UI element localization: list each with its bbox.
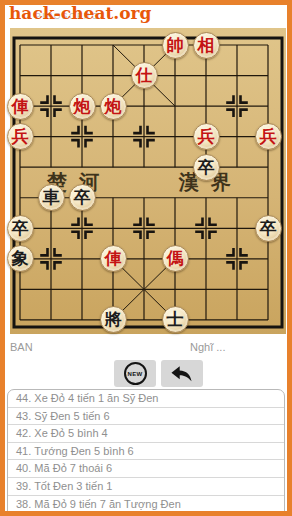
piece-red-cannon[interactable]: 炮 bbox=[100, 93, 127, 120]
xiangqi-board[interactable]: 楚河漢界帥相仕俥炮炮兵兵兵卒車卒卒卒象俥傌將士 bbox=[10, 28, 286, 334]
new-badge-icon: NEW bbox=[124, 362, 147, 385]
move-list[interactable]: 44. Xe Đỏ 4 tiến 1 ăn Sỹ Đen43. Sỹ Đen 5… bbox=[7, 389, 285, 516]
engine-thinking-label: Nghĩ ... bbox=[190, 341, 225, 353]
move-list-item[interactable]: 38. Mã Đỏ 9 tiến 7 ăn Tượng Đen bbox=[8, 496, 284, 514]
move-list-item[interactable]: 39. Tốt Đen 3 tiến 1 bbox=[8, 478, 284, 496]
undo-arrow-icon bbox=[169, 364, 195, 384]
piece-black-soldier[interactable]: 卒 bbox=[255, 215, 282, 242]
new-game-button[interactable]: NEW bbox=[114, 360, 156, 387]
piece-red-soldier[interactable]: 兵 bbox=[255, 123, 282, 150]
piece-red-soldier[interactable]: 兵 bbox=[193, 123, 220, 150]
piece-red-cannon[interactable]: 炮 bbox=[69, 93, 96, 120]
piece-black-king[interactable]: 將 bbox=[100, 306, 127, 333]
piece-black-soldier[interactable]: 卒 bbox=[7, 215, 34, 242]
move-list-item[interactable]: 40. Mã Đỏ 7 thoái 6 bbox=[8, 460, 284, 478]
piece-red-chariot[interactable]: 俥 bbox=[7, 93, 34, 120]
piece-black-advisor[interactable]: 士 bbox=[162, 306, 189, 333]
move-list-item[interactable]: 44. Xe Đỏ 4 tiến 1 ăn Sỹ Đen bbox=[8, 390, 284, 408]
piece-red-chariot[interactable]: 俥 bbox=[100, 245, 127, 272]
move-list-item[interactable]: 43. Sỹ Đen 5 tiến 6 bbox=[8, 408, 284, 426]
piece-black-soldier[interactable]: 卒 bbox=[69, 184, 96, 211]
undo-button[interactable] bbox=[161, 360, 203, 387]
piece-red-elephant[interactable]: 相 bbox=[193, 32, 220, 59]
move-list-item[interactable]: 42. Xe Đỏ 5 bình 4 bbox=[8, 425, 284, 443]
piece-black-elephant[interactable]: 象 bbox=[7, 245, 34, 272]
piece-red-advisor[interactable]: 仕 bbox=[131, 62, 158, 89]
piece-black-soldier[interactable]: 卒 bbox=[193, 154, 220, 181]
player-label: BAN bbox=[10, 341, 33, 353]
watermark-text: hack-cheat.org bbox=[9, 3, 151, 23]
piece-red-soldier[interactable]: 兵 bbox=[7, 123, 34, 150]
move-list-item[interactable]: 41. Tướng Đen 5 bình 6 bbox=[8, 443, 284, 461]
piece-red-king[interactable]: 帥 bbox=[162, 32, 189, 59]
piece-red-horse[interactable]: 傌 bbox=[162, 245, 189, 272]
piece-black-chariot[interactable]: 車 bbox=[38, 184, 65, 211]
app-screen: PINOSOFRO hack-cheat.org 楚河漢界帥相仕俥炮炮兵兵兵卒車… bbox=[0, 0, 292, 516]
